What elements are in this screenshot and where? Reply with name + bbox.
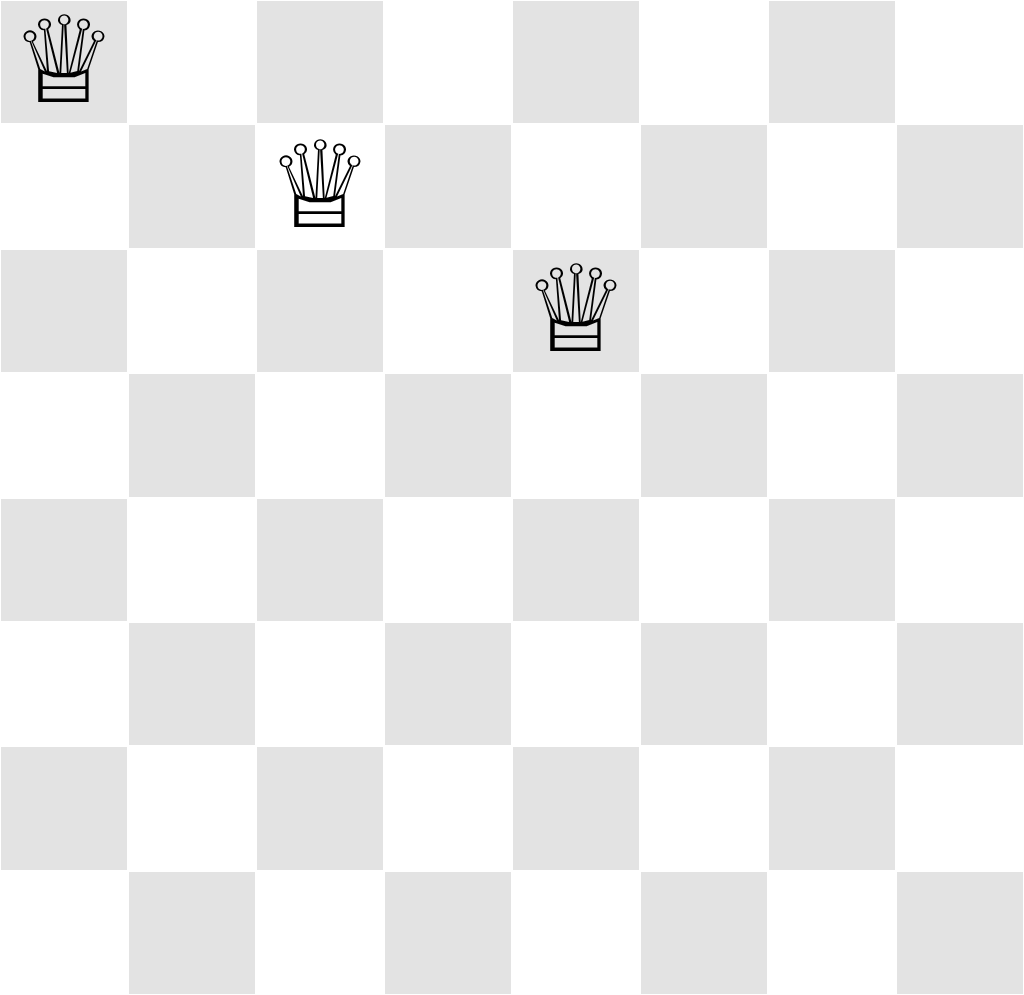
square-c5[interactable]: [256, 373, 384, 497]
square-d5[interactable]: [384, 373, 512, 497]
square-e4[interactable]: [512, 498, 640, 622]
square-b5[interactable]: [128, 373, 256, 497]
square-e1[interactable]: [512, 871, 640, 995]
square-c4[interactable]: [256, 498, 384, 622]
square-e7[interactable]: [512, 124, 640, 248]
square-d6[interactable]: [384, 249, 512, 373]
square-g2[interactable]: [768, 746, 896, 870]
square-f2[interactable]: [640, 746, 768, 870]
square-a6[interactable]: [0, 249, 128, 373]
square-d3[interactable]: [384, 622, 512, 746]
square-a4[interactable]: [0, 498, 128, 622]
square-h3[interactable]: [896, 622, 1024, 746]
square-f3[interactable]: [640, 622, 768, 746]
piece-white-queen[interactable]: ♕: [266, 126, 374, 246]
square-a1[interactable]: [0, 871, 128, 995]
square-a7[interactable]: [0, 124, 128, 248]
square-a5[interactable]: [0, 373, 128, 497]
square-g7[interactable]: [768, 124, 896, 248]
square-f6[interactable]: [640, 249, 768, 373]
square-e5[interactable]: [512, 373, 640, 497]
square-h7[interactable]: [896, 124, 1024, 248]
square-c6[interactable]: [256, 249, 384, 373]
square-h2[interactable]: [896, 746, 1024, 870]
square-h8[interactable]: [896, 0, 1024, 124]
square-c1[interactable]: [256, 871, 384, 995]
square-h5[interactable]: [896, 373, 1024, 497]
square-f5[interactable]: [640, 373, 768, 497]
square-b7[interactable]: [128, 124, 256, 248]
square-g5[interactable]: [768, 373, 896, 497]
square-g8[interactable]: [768, 0, 896, 124]
square-e8[interactable]: [512, 0, 640, 124]
square-b8[interactable]: [128, 0, 256, 124]
square-d2[interactable]: [384, 746, 512, 870]
square-h1[interactable]: [896, 871, 1024, 995]
square-c3[interactable]: [256, 622, 384, 746]
square-a2[interactable]: [0, 746, 128, 870]
square-b2[interactable]: [128, 746, 256, 870]
square-c8[interactable]: [256, 0, 384, 124]
square-d1[interactable]: [384, 871, 512, 995]
square-e6[interactable]: ♕: [512, 249, 640, 373]
square-d7[interactable]: [384, 124, 512, 248]
square-a8[interactable]: ♕: [0, 0, 128, 124]
piece-white-queen[interactable]: ♕: [10, 1, 118, 121]
square-d8[interactable]: [384, 0, 512, 124]
square-h6[interactable]: [896, 249, 1024, 373]
square-f4[interactable]: [640, 498, 768, 622]
square-b4[interactable]: [128, 498, 256, 622]
square-g3[interactable]: [768, 622, 896, 746]
piece-white-queen[interactable]: ♕: [522, 250, 630, 370]
square-b1[interactable]: [128, 871, 256, 995]
square-d4[interactable]: [384, 498, 512, 622]
square-f1[interactable]: [640, 871, 768, 995]
square-g1[interactable]: [768, 871, 896, 995]
chess-board: ♕♕♕: [0, 0, 1024, 995]
square-b6[interactable]: [128, 249, 256, 373]
square-e2[interactable]: [512, 746, 640, 870]
square-g4[interactable]: [768, 498, 896, 622]
square-e3[interactable]: [512, 622, 640, 746]
square-h4[interactable]: [896, 498, 1024, 622]
square-c7[interactable]: ♕: [256, 124, 384, 248]
square-g6[interactable]: [768, 249, 896, 373]
square-f8[interactable]: [640, 0, 768, 124]
square-a3[interactable]: [0, 622, 128, 746]
square-c2[interactable]: [256, 746, 384, 870]
square-b3[interactable]: [128, 622, 256, 746]
square-f7[interactable]: [640, 124, 768, 248]
